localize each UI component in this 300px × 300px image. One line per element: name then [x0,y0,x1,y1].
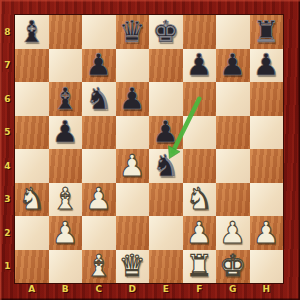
rank-label-6: 6 [2,94,13,104]
square-a2[interactable] [15,216,49,250]
black-pawn[interactable]: ♟ [186,50,213,80]
square-c3[interactable]: ♟ [82,183,116,217]
square-a1[interactable] [15,250,49,284]
file-label-e: E [160,284,172,295]
white-pawn[interactable]: ♟ [85,184,112,214]
file-label-d: D [126,284,138,295]
square-a7[interactable] [15,49,49,83]
square-e8[interactable]: ♚ [149,15,183,49]
rank-label-8: 8 [2,27,13,37]
white-king[interactable]: ♚ [219,251,246,281]
square-e5[interactable]: ♟ [149,116,183,150]
square-f6[interactable] [183,82,217,116]
black-king[interactable]: ♚ [152,17,179,47]
square-b4[interactable] [49,149,83,183]
square-a6[interactable] [15,82,49,116]
black-knight[interactable]: ♞ [152,151,179,181]
square-g8[interactable] [216,15,250,49]
square-f5[interactable] [183,116,217,150]
square-g3[interactable] [216,183,250,217]
square-f2[interactable]: ♟ [183,216,217,250]
square-e4[interactable]: ♞ [149,149,183,183]
square-d6[interactable]: ♟ [116,82,150,116]
square-h6[interactable] [250,82,284,116]
file-label-g: G [227,284,239,295]
square-h1[interactable] [250,250,284,284]
white-pawn[interactable]: ♟ [219,218,246,248]
white-pawn[interactable]: ♟ [253,218,280,248]
black-bishop[interactable]: ♝ [52,84,79,114]
square-f8[interactable] [183,15,217,49]
black-pawn[interactable]: ♟ [219,50,246,80]
square-c1[interactable]: ♝ [82,250,116,284]
chess-board: ♝♛♚♜♟♟♟♟♝♞♟♟♟♟♞♞♝♟♞♟♟♟♟♝♛♜♚ [15,15,283,283]
square-b7[interactable] [49,49,83,83]
rank-label-5: 5 [2,127,13,137]
white-bishop[interactable]: ♝ [85,251,112,281]
square-c7[interactable]: ♟ [82,49,116,83]
white-queen[interactable]: ♛ [119,251,146,281]
square-d2[interactable] [116,216,150,250]
square-c6[interactable]: ♞ [82,82,116,116]
square-a5[interactable] [15,116,49,150]
square-h5[interactable] [250,116,284,150]
square-h3[interactable] [250,183,284,217]
square-e2[interactable] [149,216,183,250]
square-d7[interactable] [116,49,150,83]
file-label-b: B [59,284,71,295]
square-e7[interactable] [149,49,183,83]
square-b6[interactable]: ♝ [49,82,83,116]
chess-app: ♝♛♚♜♟♟♟♟♝♞♟♟♟♟♞♞♝♟♞♟♟♟♟♝♛♜♚ 12345678ABCD… [0,0,300,300]
rank-label-7: 7 [2,60,13,70]
rank-label-1: 1 [2,261,13,271]
black-pawn[interactable]: ♟ [152,117,179,147]
black-knight[interactable]: ♞ [85,84,112,114]
square-c2[interactable] [82,216,116,250]
square-e6[interactable] [149,82,183,116]
rank-label-3: 3 [2,194,13,204]
square-c8[interactable] [82,15,116,49]
square-b5[interactable]: ♟ [49,116,83,150]
square-g4[interactable] [216,149,250,183]
square-a4[interactable] [15,149,49,183]
square-d4[interactable]: ♟ [116,149,150,183]
square-g5[interactable] [216,116,250,150]
square-h4[interactable] [250,149,284,183]
white-knight[interactable]: ♞ [186,184,213,214]
white-pawn[interactable]: ♟ [119,151,146,181]
file-label-h: H [260,284,272,295]
square-g6[interactable] [216,82,250,116]
black-rook[interactable]: ♜ [253,17,280,47]
white-rook[interactable]: ♜ [186,251,213,281]
square-a3[interactable]: ♞ [15,183,49,217]
square-f3[interactable]: ♞ [183,183,217,217]
file-label-c: C [93,284,105,295]
rank-label-2: 2 [2,228,13,238]
white-bishop[interactable]: ♝ [52,184,79,214]
square-h8[interactable]: ♜ [250,15,284,49]
square-f4[interactable] [183,149,217,183]
square-d5[interactable] [116,116,150,150]
black-pawn[interactable]: ♟ [253,50,280,80]
square-h2[interactable]: ♟ [250,216,284,250]
white-knight[interactable]: ♞ [18,184,45,214]
square-b2[interactable]: ♟ [49,216,83,250]
square-f1[interactable]: ♜ [183,250,217,284]
square-e3[interactable] [149,183,183,217]
square-h7[interactable]: ♟ [250,49,284,83]
square-g2[interactable]: ♟ [216,216,250,250]
square-g7[interactable]: ♟ [216,49,250,83]
rank-label-4: 4 [2,161,13,171]
square-g1[interactable]: ♚ [216,250,250,284]
black-pawn[interactable]: ♟ [119,84,146,114]
square-c5[interactable] [82,116,116,150]
square-b3[interactable]: ♝ [49,183,83,217]
file-label-f: F [193,284,205,295]
black-bishop[interactable]: ♝ [18,17,45,47]
black-pawn[interactable]: ♟ [52,117,79,147]
white-pawn[interactable]: ♟ [186,218,213,248]
black-pawn[interactable]: ♟ [85,50,112,80]
black-queen[interactable]: ♛ [119,17,146,47]
square-f7[interactable]: ♟ [183,49,217,83]
square-b8[interactable] [49,15,83,49]
square-c4[interactable] [82,149,116,183]
square-b1[interactable] [49,250,83,284]
square-e1[interactable] [149,250,183,284]
file-label-a: A [26,284,38,295]
white-pawn[interactable]: ♟ [52,218,79,248]
square-d8[interactable]: ♛ [116,15,150,49]
square-d1[interactable]: ♛ [116,250,150,284]
square-a8[interactable]: ♝ [15,15,49,49]
square-d3[interactable] [116,183,150,217]
